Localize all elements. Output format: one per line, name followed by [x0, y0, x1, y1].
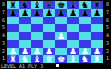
piece-white-bishop: ♝	[69, 55, 77, 63]
square-g5[interactable]	[79, 24, 91, 32]
square-a3[interactable]	[7, 40, 19, 48]
rank-label-right-5: 5	[104, 24, 111, 32]
piece-black-queen: ♛	[45, 1, 53, 9]
square-d7[interactable]: ♟	[43, 9, 55, 17]
square-a7[interactable]: ♟	[7, 9, 19, 17]
square-g4[interactable]	[79, 32, 91, 40]
square-b7[interactable]: ♟	[19, 9, 31, 17]
rank-label-left-3: 3	[0, 40, 7, 48]
rank-label-left-2: 2	[0, 48, 7, 56]
square-f1[interactable]: ♝	[67, 55, 79, 63]
square-b4[interactable]	[19, 32, 31, 40]
piece-white-knight: ♞	[81, 55, 89, 63]
rank-label-right-3: 3	[104, 40, 111, 48]
square-f4[interactable]	[67, 32, 79, 40]
square-a6[interactable]	[7, 17, 19, 25]
square-e8[interactable]: ♚	[55, 1, 67, 9]
square-e7[interactable]: ♟	[55, 9, 67, 17]
square-c2[interactable]: ♟	[31, 48, 43, 56]
square-g6[interactable]	[79, 17, 91, 25]
piece-black-pawn: ♟	[57, 9, 65, 17]
square-f8[interactable]: ♝	[67, 1, 79, 9]
square-c5[interactable]	[31, 24, 43, 32]
square-a2[interactable]: ♟	[7, 48, 19, 56]
piece-white-queen: ♛	[45, 55, 53, 63]
cursor-block	[56, 64, 59, 67]
square-b1[interactable]: ♞	[19, 55, 31, 63]
piece-white-pawn: ♟	[93, 48, 101, 56]
piece-white-knight: ♞	[21, 55, 29, 63]
square-b6[interactable]	[19, 17, 31, 25]
square-d3[interactable]	[43, 40, 55, 48]
square-f7[interactable]: ♟	[67, 9, 79, 17]
rank-label-left-6: 6	[0, 17, 7, 25]
piece-white-rook: ♜	[93, 55, 101, 63]
square-b3[interactable]	[19, 40, 31, 48]
rank-label-left-5: 5	[0, 24, 7, 32]
square-e5[interactable]	[55, 24, 67, 32]
square-f5[interactable]	[67, 24, 79, 32]
square-b8[interactable]: ♞	[19, 1, 31, 9]
piece-black-rook: ♜	[93, 1, 101, 9]
rank-label-right-7: 7	[104, 9, 111, 17]
rank-label-right-1: 1	[104, 55, 111, 63]
piece-black-knight: ♞	[21, 1, 29, 9]
square-g8[interactable]: ♞	[79, 1, 91, 9]
square-c8[interactable]: ♝	[31, 1, 43, 9]
rank-labels-left: 87654321	[0, 1, 7, 63]
piece-black-bishop: ♝	[69, 1, 77, 9]
square-g2[interactable]: ♟	[79, 48, 91, 56]
square-c4[interactable]	[31, 32, 43, 40]
square-d5[interactable]	[43, 24, 55, 32]
square-f6[interactable]	[67, 17, 79, 25]
square-e2[interactable]	[55, 48, 67, 56]
piece-black-pawn: ♟	[93, 9, 101, 17]
square-b5[interactable]	[19, 24, 31, 32]
square-e3[interactable]	[55, 40, 67, 48]
square-a4[interactable]	[7, 32, 19, 40]
chess-board: ♜♞♝♛♚♝♞♜♟♟♟♟♟♟♟♟♟♟♟♟♟♟♟♟♜♞♝♛♚♝♞♜	[7, 1, 103, 63]
square-g1[interactable]: ♞	[79, 55, 91, 63]
piece-black-pawn: ♟	[69, 9, 77, 17]
square-d4[interactable]	[43, 32, 55, 40]
piece-black-pawn: ♟	[21, 9, 29, 17]
square-f3[interactable]	[67, 40, 79, 48]
piece-black-pawn: ♟	[33, 9, 41, 17]
square-h3[interactable]	[91, 40, 103, 48]
square-d6[interactable]	[43, 17, 55, 25]
piece-white-bishop: ♝	[33, 55, 41, 63]
status-bar: LEVEL A1 PLY 3	[1, 64, 43, 69]
square-c6[interactable]	[31, 17, 43, 25]
square-e1[interactable]: ♚	[55, 55, 67, 63]
rank-label-right-8: 8	[104, 1, 111, 9]
rank-label-left-7: 7	[0, 9, 7, 17]
square-h7[interactable]: ♟	[91, 9, 103, 17]
piece-black-pawn: ♟	[45, 9, 53, 17]
rank-label-right-6: 6	[104, 17, 111, 25]
square-h6[interactable]	[91, 17, 103, 25]
square-c3[interactable]	[31, 40, 43, 48]
square-a8[interactable]: ♜	[7, 1, 19, 9]
rank-labels-right: 87654321	[104, 1, 111, 63]
piece-white-pawn: ♟	[69, 48, 77, 56]
piece-white-pawn: ♟	[57, 32, 65, 40]
square-d1[interactable]: ♛	[43, 55, 55, 63]
piece-white-pawn: ♟	[9, 48, 17, 56]
square-g3[interactable]	[79, 40, 91, 48]
piece-white-pawn: ♟	[81, 48, 89, 56]
square-e4[interactable]: ♟	[55, 32, 67, 40]
square-c7[interactable]: ♟	[31, 9, 43, 17]
square-e6[interactable]	[55, 17, 67, 25]
piece-white-pawn: ♟	[21, 48, 29, 56]
rank-label-left-4: 4	[0, 32, 7, 40]
piece-black-knight: ♞	[81, 1, 89, 9]
rank-label-left-1: 1	[0, 55, 7, 63]
piece-white-pawn: ♟	[45, 48, 53, 56]
square-h1[interactable]: ♜	[91, 55, 103, 63]
square-h4[interactable]	[91, 32, 103, 40]
rank-label-right-4: 4	[104, 32, 111, 40]
square-g7[interactable]: ♟	[79, 9, 91, 17]
rank-label-right-2: 2	[104, 48, 111, 56]
square-h8[interactable]: ♜	[91, 1, 103, 9]
piece-black-pawn: ♟	[9, 9, 17, 17]
piece-white-pawn: ♟	[33, 48, 41, 56]
square-d2[interactable]: ♟	[43, 48, 55, 56]
square-h5[interactable]	[91, 24, 103, 32]
piece-white-king: ♚	[57, 55, 65, 63]
square-c1[interactable]: ♝	[31, 55, 43, 63]
square-a5[interactable]	[7, 24, 19, 32]
square-f2[interactable]: ♟	[67, 48, 79, 56]
square-d8[interactable]: ♛	[43, 1, 55, 9]
rank-label-left-8: 8	[0, 1, 7, 9]
piece-black-king: ♚	[57, 1, 65, 9]
square-a1[interactable]: ♜	[7, 55, 19, 63]
piece-black-pawn: ♟	[81, 9, 89, 17]
piece-black-bishop: ♝	[33, 1, 41, 9]
square-h2[interactable]: ♟	[91, 48, 103, 56]
square-b2[interactable]: ♟	[19, 48, 31, 56]
piece-black-rook: ♜	[9, 1, 17, 9]
piece-white-rook: ♜	[9, 55, 17, 63]
